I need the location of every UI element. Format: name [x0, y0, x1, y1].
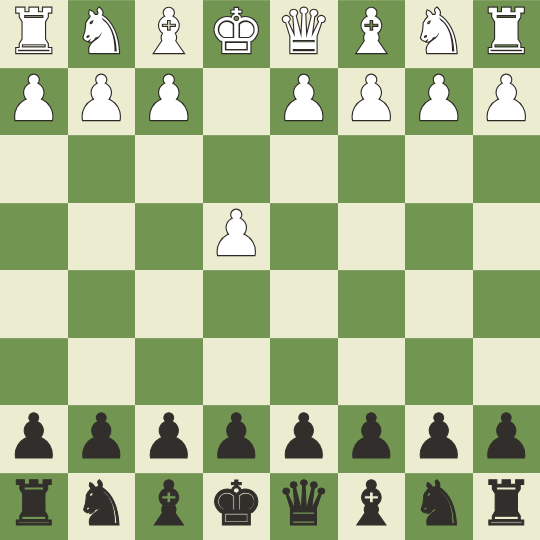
square-e3[interactable]	[203, 135, 271, 203]
square-h7[interactable]: ♟	[0, 405, 68, 473]
square-f5[interactable]	[135, 270, 203, 338]
square-e5[interactable]	[203, 270, 271, 338]
square-a7[interactable]: ♟	[473, 405, 540, 473]
piece-white-bishop[interactable]: ♝	[343, 1, 399, 63]
piece-black-rook[interactable]: ♜	[6, 473, 62, 535]
square-e2[interactable]	[203, 68, 271, 136]
square-f7[interactable]: ♟	[135, 405, 203, 473]
piece-black-bishop[interactable]: ♝	[343, 473, 399, 535]
square-b3[interactable]	[405, 135, 473, 203]
square-b5[interactable]	[405, 270, 473, 338]
square-g8[interactable]: ♞	[68, 473, 136, 540]
piece-white-pawn[interactable]: ♟	[276, 68, 332, 130]
square-h1[interactable]: ♜	[0, 0, 68, 68]
square-a5[interactable]	[473, 270, 540, 338]
square-c2[interactable]: ♟	[338, 68, 406, 136]
square-b2[interactable]: ♟	[405, 68, 473, 136]
square-b8[interactable]: ♞	[405, 473, 473, 540]
square-g6[interactable]	[68, 338, 136, 406]
square-b1[interactable]: ♞	[405, 0, 473, 68]
square-h8[interactable]: ♜	[0, 473, 68, 540]
piece-white-pawn[interactable]: ♟	[411, 68, 467, 130]
square-d2[interactable]: ♟	[270, 68, 338, 136]
piece-white-rook[interactable]: ♜	[478, 1, 534, 63]
square-d3[interactable]	[270, 135, 338, 203]
square-a8[interactable]: ♜	[473, 473, 540, 540]
square-h2[interactable]: ♟	[0, 68, 68, 136]
piece-black-pawn[interactable]: ♟	[276, 406, 332, 468]
square-d1[interactable]: ♛	[270, 0, 338, 68]
piece-white-pawn[interactable]: ♟	[208, 203, 264, 265]
square-c7[interactable]: ♟	[338, 405, 406, 473]
square-f1[interactable]: ♝	[135, 0, 203, 68]
piece-black-rook[interactable]: ♜	[478, 473, 534, 535]
piece-white-pawn[interactable]: ♟	[73, 68, 129, 130]
square-a3[interactable]	[473, 135, 540, 203]
piece-black-pawn[interactable]: ♟	[141, 406, 197, 468]
square-d7[interactable]: ♟	[270, 405, 338, 473]
piece-black-pawn[interactable]: ♟	[208, 406, 264, 468]
square-e7[interactable]: ♟	[203, 405, 271, 473]
piece-white-queen[interactable]: ♛	[276, 1, 332, 63]
square-c1[interactable]: ♝	[338, 0, 406, 68]
piece-white-pawn[interactable]: ♟	[6, 68, 62, 130]
square-a1[interactable]: ♜	[473, 0, 540, 68]
square-f8[interactable]: ♝	[135, 473, 203, 540]
square-h4[interactable]	[0, 203, 68, 271]
square-f4[interactable]	[135, 203, 203, 271]
square-f6[interactable]	[135, 338, 203, 406]
piece-white-pawn[interactable]: ♟	[343, 68, 399, 130]
square-a6[interactable]	[473, 338, 540, 406]
piece-black-pawn[interactable]: ♟	[343, 406, 399, 468]
square-e6[interactable]	[203, 338, 271, 406]
piece-white-pawn[interactable]: ♟	[478, 68, 534, 130]
piece-white-knight[interactable]: ♞	[411, 1, 467, 63]
square-g4[interactable]	[68, 203, 136, 271]
square-e4[interactable]: ♟	[203, 203, 271, 271]
square-e1[interactable]: ♚	[203, 0, 271, 68]
piece-black-pawn[interactable]: ♟	[6, 406, 62, 468]
square-d8[interactable]: ♛	[270, 473, 338, 540]
square-f3[interactable]	[135, 135, 203, 203]
square-c8[interactable]: ♝	[338, 473, 406, 540]
chess-board: ♜♞♝♚♛♝♞♜♟♟♟♟♟♟♟♟♟♟♟♟♟♟♟♟♜♞♝♚♛♝♞♜	[0, 0, 540, 540]
square-c6[interactable]	[338, 338, 406, 406]
square-b4[interactable]	[405, 203, 473, 271]
square-g7[interactable]: ♟	[68, 405, 136, 473]
piece-black-pawn[interactable]: ♟	[411, 406, 467, 468]
square-c3[interactable]	[338, 135, 406, 203]
square-g2[interactable]: ♟	[68, 68, 136, 136]
square-g5[interactable]	[68, 270, 136, 338]
square-a4[interactable]	[473, 203, 540, 271]
piece-white-rook[interactable]: ♜	[6, 1, 62, 63]
piece-white-knight[interactable]: ♞	[73, 1, 129, 63]
piece-black-knight[interactable]: ♞	[411, 473, 467, 535]
square-h5[interactable]	[0, 270, 68, 338]
piece-white-pawn[interactable]: ♟	[141, 68, 197, 130]
square-h6[interactable]	[0, 338, 68, 406]
piece-black-knight[interactable]: ♞	[73, 473, 129, 535]
square-c4[interactable]	[338, 203, 406, 271]
square-g3[interactable]	[68, 135, 136, 203]
square-d5[interactable]	[270, 270, 338, 338]
square-f2[interactable]: ♟	[135, 68, 203, 136]
piece-white-king[interactable]: ♚	[208, 1, 264, 63]
piece-black-king[interactable]: ♚	[208, 473, 264, 535]
piece-black-bishop[interactable]: ♝	[141, 473, 197, 535]
piece-white-bishop[interactable]: ♝	[141, 1, 197, 63]
square-e8[interactable]: ♚	[203, 473, 271, 540]
piece-black-pawn[interactable]: ♟	[478, 406, 534, 468]
square-a2[interactable]: ♟	[473, 68, 540, 136]
square-b6[interactable]	[405, 338, 473, 406]
piece-black-pawn[interactable]: ♟	[73, 406, 129, 468]
square-d4[interactable]	[270, 203, 338, 271]
piece-black-queen[interactable]: ♛	[276, 473, 332, 535]
square-d6[interactable]	[270, 338, 338, 406]
square-h3[interactable]	[0, 135, 68, 203]
square-g1[interactable]: ♞	[68, 0, 136, 68]
square-c5[interactable]	[338, 270, 406, 338]
square-b7[interactable]: ♟	[405, 405, 473, 473]
